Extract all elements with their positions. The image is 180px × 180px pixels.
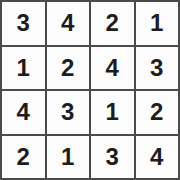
- cell-r1c4: 1: [136, 2, 179, 45]
- cell-r1c3: 2: [91, 2, 134, 45]
- cell-r3c3: 1: [91, 91, 134, 134]
- cell-r4c1: 2: [2, 136, 45, 179]
- cell-r4c3: 3: [91, 136, 134, 179]
- cell-r2c2: 2: [47, 47, 90, 90]
- cell-r4c4: 4: [136, 136, 179, 179]
- cell-r2c1: 1: [2, 47, 45, 90]
- cell-r1c1: 3: [2, 2, 45, 45]
- cell-r3c4: 2: [136, 91, 179, 134]
- cell-r1c2: 4: [47, 2, 90, 45]
- cell-r3c1: 4: [2, 91, 45, 134]
- cell-r2c4: 3: [136, 47, 179, 90]
- cell-r3c2: 3: [47, 91, 90, 134]
- cell-r4c2: 1: [47, 136, 90, 179]
- sudoku-board: 3421124343122134: [0, 0, 180, 180]
- cell-r2c3: 4: [91, 47, 134, 90]
